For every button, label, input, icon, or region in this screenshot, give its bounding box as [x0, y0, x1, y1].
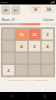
hint-text: Swipe to move: 2 + 2 = 4. Reach 2048!	[0, 79, 56, 82]
empty-cell	[29, 53, 41, 64]
tile-4: 4	[42, 41, 54, 52]
tile-2: 2	[3, 65, 15, 76]
info-row: Moves: 23 Classic	[2, 18, 55, 22]
score-value: 96	[30, 9, 41, 12]
empty-cell	[42, 53, 54, 64]
restart-button[interactable]: ⟳	[2, 6, 11, 15]
status-icons: ◢ ▮	[51, 1, 55, 4]
progress-bar	[0, 23, 56, 25]
home-button[interactable]: ⌂	[23, 94, 33, 98]
empty-cell	[3, 29, 15, 40]
signal-icon: ◢	[51, 1, 53, 4]
best-value: 248	[43, 9, 54, 12]
progress-segment-2	[21, 23, 40, 25]
recents-button[interactable]: ▢	[40, 94, 50, 98]
progress-segment-1	[0, 23, 21, 25]
best-box: BEST 248	[43, 6, 55, 13]
app-root: 00:00 ◢ ▮ ⟳ ↩ SCORE 96 BEST 248 Moves: 2…	[0, 0, 56, 100]
score-box: SCORE 96	[30, 6, 42, 13]
mode-label: Classic	[43, 18, 54, 22]
android-nav-bar: ◁ ⌂ ▢	[0, 92, 56, 100]
empty-cell	[29, 65, 41, 76]
toolbar: ⟳ ↩ SCORE 96 BEST 248	[2, 6, 55, 15]
tile-2: 2	[29, 41, 41, 52]
board[interactable]: 163224242	[1, 27, 55, 77]
empty-cell	[16, 53, 28, 64]
moves-label: Moves: 23	[2, 19, 15, 22]
tile-32: 32	[29, 29, 41, 40]
undo-button[interactable]: ↩	[12, 6, 21, 15]
back-button[interactable]: ◁	[7, 94, 17, 98]
tile-16: 16	[16, 29, 28, 40]
empty-cell	[3, 53, 15, 64]
tile-4: 4	[16, 41, 28, 52]
battery-icon: ▮	[53, 1, 54, 4]
empty-cell	[16, 65, 28, 76]
tile-2: 2	[42, 29, 54, 40]
restart-icon: ⟳	[4, 7, 8, 13]
empty-cell	[3, 41, 15, 52]
undo-icon: ↩	[14, 7, 18, 13]
empty-cell	[42, 65, 54, 76]
status-bar: 00:00 ◢ ▮	[0, 0, 56, 5]
status-time: 00:00	[2, 1, 8, 4]
